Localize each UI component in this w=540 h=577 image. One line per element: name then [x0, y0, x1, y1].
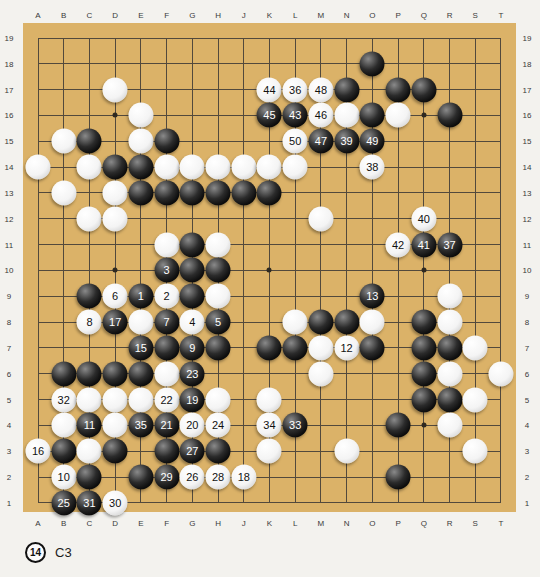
stone-white-C12[interactable]: [77, 206, 102, 231]
column-label-top: R: [447, 11, 453, 20]
stone-black-D3[interactable]: [103, 439, 128, 464]
stone-white-B5[interactable]: 32: [51, 387, 76, 412]
row-label-right: 8: [525, 318, 529, 327]
stone-black-J13[interactable]: [231, 180, 256, 205]
stone-white-N7[interactable]: 12: [334, 335, 359, 360]
column-label-top: H: [215, 11, 221, 20]
stone-white-D13[interactable]: [103, 180, 128, 205]
stone-white-M6[interactable]: [308, 361, 333, 386]
stone-white-H9[interactable]: [206, 284, 231, 309]
column-label-top: E: [138, 11, 143, 20]
grid-line: [500, 38, 501, 504]
column-label-bottom: K: [267, 519, 272, 528]
column-label-top: K: [267, 11, 272, 20]
column-label-bottom: T: [499, 519, 504, 528]
stone-white-L15[interactable]: 50: [283, 129, 308, 154]
move-annotation: 14 C3: [25, 541, 72, 563]
stone-white-C3[interactable]: [77, 439, 102, 464]
stone-black-Q7[interactable]: [411, 335, 436, 360]
stone-white-H5[interactable]: [206, 387, 231, 412]
stone-white-B13[interactable]: [51, 180, 76, 205]
row-label-right: 4: [525, 421, 529, 430]
stone-white-H14[interactable]: [206, 155, 231, 180]
star-point: [421, 268, 426, 273]
column-label-bottom: H: [215, 519, 221, 528]
stone-white-L8[interactable]: [283, 310, 308, 335]
stone-black-C9[interactable]: [77, 284, 102, 309]
stone-white-N16[interactable]: [334, 103, 359, 128]
stone-black-G11[interactable]: [180, 232, 205, 257]
column-label-top: D: [112, 11, 118, 20]
column-label-top: M: [318, 11, 325, 20]
stone-black-K16[interactable]: 45: [257, 103, 282, 128]
stone-black-F3[interactable]: [154, 439, 179, 464]
go-diagram-page: { "game": "go", "board": { "size": 19, "…: [0, 0, 540, 577]
column-label-top: P: [395, 11, 400, 20]
row-label-right: 13: [523, 188, 532, 197]
stone-black-C4[interactable]: 11: [77, 413, 102, 438]
stone-black-E14[interactable]: [128, 155, 153, 180]
column-label-bottom: A: [35, 519, 40, 528]
stone-black-R7[interactable]: [437, 335, 462, 360]
stone-black-C2[interactable]: [77, 465, 102, 490]
stone-black-E4[interactable]: 35: [128, 413, 153, 438]
row-label-right: 9: [525, 292, 529, 301]
stone-black-O15[interactable]: 49: [360, 129, 385, 154]
stone-black-R16[interactable]: [437, 103, 462, 128]
row-label-right: 2: [525, 473, 529, 482]
row-label-right: 18: [523, 59, 532, 68]
stone-white-E15[interactable]: [128, 129, 153, 154]
stone-black-G3[interactable]: 27: [180, 439, 205, 464]
stone-white-K17[interactable]: 44: [257, 77, 282, 102]
row-label-left: 7: [7, 343, 11, 352]
stone-white-D17[interactable]: [103, 77, 128, 102]
row-label-left: 8: [7, 318, 11, 327]
row-label-left: 18: [5, 59, 14, 68]
stone-white-C8[interactable]: 8: [77, 310, 102, 335]
stone-black-H10[interactable]: [206, 258, 231, 283]
stone-white-E8[interactable]: [128, 310, 153, 335]
grid-line: [38, 477, 502, 478]
row-label-left: 10: [5, 266, 14, 275]
stone-white-F11[interactable]: [154, 232, 179, 257]
stone-black-F10[interactable]: 3: [154, 258, 179, 283]
stone-black-F15[interactable]: [154, 129, 179, 154]
stone-black-F8[interactable]: 7: [154, 310, 179, 335]
row-label-right: 11: [523, 240, 531, 249]
stone-white-S3[interactable]: [463, 439, 488, 464]
column-label-bottom: Q: [421, 519, 427, 528]
stone-white-F14[interactable]: [154, 155, 179, 180]
stone-black-F7[interactable]: [154, 335, 179, 360]
stone-white-M16[interactable]: 46: [308, 103, 333, 128]
stone-white-E16[interactable]: [128, 103, 153, 128]
row-label-left: 3: [7, 447, 11, 456]
stone-white-J14[interactable]: [231, 155, 256, 180]
stone-white-F9[interactable]: 2: [154, 284, 179, 309]
stone-white-H2[interactable]: 28: [206, 465, 231, 490]
stone-white-R4[interactable]: [437, 413, 462, 438]
column-label-bottom: N: [344, 519, 350, 528]
stone-black-O7[interactable]: [360, 335, 385, 360]
stone-white-D5[interactable]: [103, 387, 128, 412]
stone-white-H4[interactable]: 24: [206, 413, 231, 438]
stone-white-P11[interactable]: 42: [386, 232, 411, 257]
row-label-left: 19: [5, 34, 14, 43]
stone-white-M12[interactable]: [308, 206, 333, 231]
stone-black-D8[interactable]: 17: [103, 310, 128, 335]
row-label-left: 16: [5, 111, 14, 120]
star-point: [267, 268, 272, 273]
stone-white-C5[interactable]: [77, 387, 102, 412]
column-label-bottom: L: [293, 519, 297, 528]
column-label-top: F: [164, 11, 169, 20]
row-label-left: 12: [5, 214, 14, 223]
stone-black-P17[interactable]: [386, 77, 411, 102]
row-label-right: 17: [523, 85, 532, 94]
star-point: [113, 113, 118, 118]
row-label-left: 15: [5, 137, 14, 146]
stone-black-P2[interactable]: [386, 465, 411, 490]
stone-black-N15[interactable]: 39: [334, 129, 359, 154]
stone-black-M8[interactable]: [308, 310, 333, 335]
row-label-left: 14: [5, 163, 14, 172]
column-label-bottom: C: [87, 519, 93, 528]
column-label-bottom: G: [189, 519, 195, 528]
stone-black-B1[interactable]: 25: [51, 490, 76, 515]
stone-black-H3[interactable]: [206, 439, 231, 464]
stone-white-P16[interactable]: [386, 103, 411, 128]
stone-white-F6[interactable]: [154, 361, 179, 386]
stone-black-G10[interactable]: [180, 258, 205, 283]
stone-black-F2[interactable]: 29: [154, 465, 179, 490]
stone-white-S5[interactable]: [463, 387, 488, 412]
stone-white-K5[interactable]: [257, 387, 282, 412]
row-label-left: 9: [7, 292, 11, 301]
column-label-top: N: [344, 11, 350, 20]
column-label-top: J: [242, 11, 246, 20]
stone-black-G13[interactable]: [180, 180, 205, 205]
stone-black-K7[interactable]: [257, 335, 282, 360]
row-label-right: 7: [525, 343, 529, 352]
stone-black-D14[interactable]: [103, 155, 128, 180]
stone-black-Q6[interactable]: [411, 361, 436, 386]
row-label-left: 5: [7, 395, 11, 404]
column-label-bottom: S: [473, 519, 478, 528]
stone-white-J2[interactable]: 18: [231, 465, 256, 490]
row-label-left: 6: [7, 369, 11, 378]
row-label-right: 3: [525, 447, 529, 456]
stone-black-O9[interactable]: 13: [360, 284, 385, 309]
stone-white-D12[interactable]: [103, 206, 128, 231]
stone-white-G8[interactable]: 4: [180, 310, 205, 335]
stone-black-C15[interactable]: [77, 129, 102, 154]
stone-black-F13[interactable]: [154, 180, 179, 205]
stone-black-Q8[interactable]: [411, 310, 436, 335]
stone-white-G4[interactable]: 20: [180, 413, 205, 438]
row-label-left: 4: [7, 421, 11, 430]
grid-line: [475, 38, 476, 504]
row-label-left: 17: [5, 85, 14, 94]
stone-white-A3[interactable]: 16: [26, 439, 51, 464]
row-label-right: 16: [523, 111, 532, 120]
row-label-left: 1: [7, 498, 11, 507]
stone-black-C1[interactable]: 31: [77, 490, 102, 515]
row-label-left: 13: [5, 188, 14, 197]
star-point: [421, 113, 426, 118]
stone-black-K13[interactable]: [257, 180, 282, 205]
stone-black-Q17[interactable]: [411, 77, 436, 102]
stone-white-M7[interactable]: [308, 335, 333, 360]
stone-white-L17[interactable]: 36: [283, 77, 308, 102]
stone-white-Q12[interactable]: 40: [411, 206, 436, 231]
column-label-top: T: [499, 11, 504, 20]
stone-white-A14[interactable]: [26, 155, 51, 180]
stone-black-G5[interactable]: 19: [180, 387, 205, 412]
stone-white-B2[interactable]: 10: [51, 465, 76, 490]
stone-black-G7[interactable]: 9: [180, 335, 205, 360]
stone-black-Q5[interactable]: [411, 387, 436, 412]
stone-black-Q11[interactable]: 41: [411, 232, 436, 257]
row-label-left: 11: [5, 240, 13, 249]
stone-black-R5[interactable]: [437, 387, 462, 412]
stone-white-S7[interactable]: [463, 335, 488, 360]
stone-white-O14[interactable]: 38: [360, 155, 385, 180]
stone-black-N8[interactable]: [334, 310, 359, 335]
row-label-right: 10: [523, 266, 532, 275]
stone-white-B4[interactable]: [51, 413, 76, 438]
stone-white-G14[interactable]: [180, 155, 205, 180]
stone-white-M17[interactable]: 48: [308, 77, 333, 102]
stone-black-O18[interactable]: [360, 51, 385, 76]
stone-black-C6[interactable]: [77, 361, 102, 386]
stone-black-B6[interactable]: [51, 361, 76, 386]
stone-black-N17[interactable]: [334, 77, 359, 102]
stone-white-B15[interactable]: [51, 129, 76, 154]
stone-white-N3[interactable]: [334, 439, 359, 464]
stone-black-E13[interactable]: [128, 180, 153, 205]
row-label-right: 12: [523, 214, 532, 223]
column-label-top: Q: [421, 11, 427, 20]
column-label-top: O: [369, 11, 375, 20]
stone-white-R6[interactable]: [437, 361, 462, 386]
column-label-bottom: P: [395, 519, 400, 528]
stone-white-L14[interactable]: [283, 155, 308, 180]
annotation-coordinate: C3: [55, 545, 72, 560]
stone-white-K3[interactable]: [257, 439, 282, 464]
row-label-right: 14: [523, 163, 532, 172]
stone-black-L16[interactable]: 43: [283, 103, 308, 128]
stone-white-E5[interactable]: [128, 387, 153, 412]
stone-black-D6[interactable]: [103, 361, 128, 386]
column-label-bottom: E: [138, 519, 143, 528]
stone-black-E6[interactable]: [128, 361, 153, 386]
annotation-stone-icon: 14: [25, 542, 46, 563]
stone-black-F4[interactable]: 21: [154, 413, 179, 438]
column-label-top: C: [87, 11, 93, 20]
stone-black-M15[interactable]: 47: [308, 129, 333, 154]
stone-white-K4[interactable]: 34: [257, 413, 282, 438]
stone-white-F5[interactable]: 22: [154, 387, 179, 412]
stone-white-D9[interactable]: 6: [103, 284, 128, 309]
stone-white-G2[interactable]: 26: [180, 465, 205, 490]
stone-black-R11[interactable]: 37: [437, 232, 462, 257]
column-label-top: S: [473, 11, 478, 20]
stone-black-E2[interactable]: [128, 465, 153, 490]
column-label-bottom: F: [164, 519, 169, 528]
column-label-bottom: M: [318, 519, 325, 528]
stone-black-G9[interactable]: [180, 284, 205, 309]
stone-white-H11[interactable]: [206, 232, 231, 257]
row-label-right: 6: [525, 369, 529, 378]
stone-white-C14[interactable]: [77, 155, 102, 180]
stone-black-B3[interactable]: [51, 439, 76, 464]
row-label-right: 19: [523, 34, 532, 43]
column-label-bottom: B: [61, 519, 66, 528]
column-label-top: G: [189, 11, 195, 20]
row-label-left: 2: [7, 473, 11, 482]
stone-black-E7[interactable]: 15: [128, 335, 153, 360]
stone-black-E9[interactable]: 1: [128, 284, 153, 309]
stone-white-R9[interactable]: [437, 284, 462, 309]
stone-black-H8[interactable]: 5: [206, 310, 231, 335]
column-label-top: L: [293, 11, 297, 20]
stone-black-G6[interactable]: 23: [180, 361, 205, 386]
stone-black-H13[interactable]: [206, 180, 231, 205]
stone-black-P4[interactable]: [386, 413, 411, 438]
column-label-top: B: [61, 11, 66, 20]
stone-black-L7[interactable]: [283, 335, 308, 360]
stone-black-O16[interactable]: [360, 103, 385, 128]
stone-white-K14[interactable]: [257, 155, 282, 180]
stone-white-D1[interactable]: 30: [103, 490, 128, 515]
column-label-top: A: [35, 11, 40, 20]
column-label-bottom: D: [112, 519, 118, 528]
row-label-right: 5: [525, 395, 529, 404]
stone-white-O8[interactable]: [360, 310, 385, 335]
row-label-right: 1: [525, 498, 529, 507]
star-point: [421, 423, 426, 428]
row-label-right: 15: [523, 137, 532, 146]
column-label-bottom: R: [447, 519, 453, 528]
stone-white-R8[interactable]: [437, 310, 462, 335]
stone-white-T6[interactable]: [488, 361, 513, 386]
star-point: [113, 268, 118, 273]
column-label-bottom: O: [369, 519, 375, 528]
stone-black-H7[interactable]: [206, 335, 231, 360]
stone-white-D4[interactable]: [103, 413, 128, 438]
stone-black-L4[interactable]: 33: [283, 413, 308, 438]
column-label-bottom: J: [242, 519, 246, 528]
